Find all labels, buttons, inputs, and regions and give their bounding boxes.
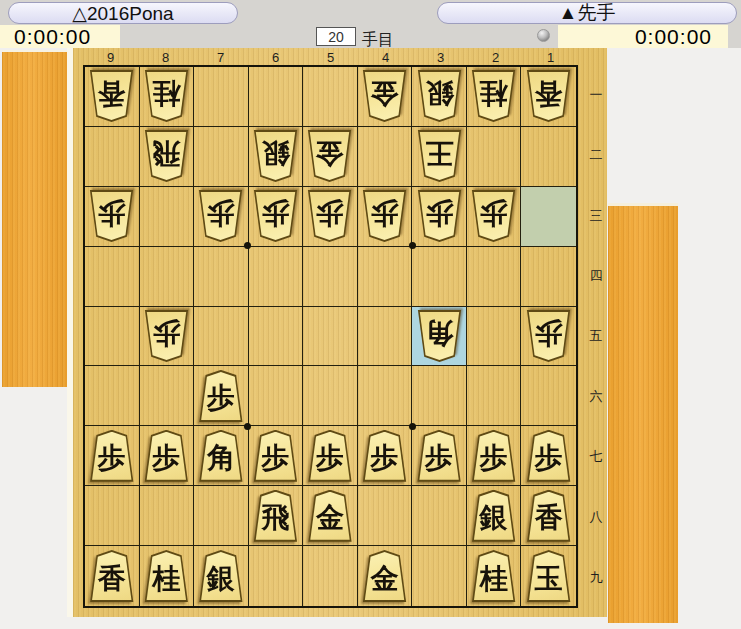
square-9-8[interactable] (85, 486, 140, 546)
square-4-9[interactable]: 金 (358, 546, 413, 606)
file-label-1: 1 (523, 50, 578, 64)
piece-gote-gold[interactable]: 金 (362, 70, 407, 122)
square-9-1[interactable]: 香 (85, 67, 140, 127)
square-8-9[interactable]: 桂 (140, 546, 195, 606)
file-label-4: 4 (358, 50, 413, 64)
square-9-5[interactable] (85, 307, 140, 367)
square-2-6[interactable] (467, 366, 522, 426)
piece-gote-silver[interactable]: 銀 (253, 130, 298, 182)
piece-sente-pawn[interactable]: 歩 (89, 430, 134, 482)
gote-player-label: △2016Pona (72, 2, 173, 25)
piece-kanji: 歩 (371, 444, 399, 472)
square-6-9[interactable] (249, 546, 304, 606)
piece-sente-bishop[interactable]: 角 (198, 430, 243, 482)
square-3-2[interactable]: 王 (412, 127, 467, 187)
board-grid: 香桂金銀桂香飛銀金王歩歩歩歩歩歩歩歩角歩歩歩歩角歩歩歩歩歩歩飛金銀香香桂銀金桂玉 (83, 65, 578, 608)
square-4-3[interactable]: 歩 (358, 187, 413, 247)
square-6-7[interactable]: 歩 (249, 426, 304, 486)
square-6-6[interactable] (249, 366, 304, 426)
square-1-7[interactable]: 歩 (521, 426, 576, 486)
square-1-5[interactable]: 歩 (521, 307, 576, 367)
file-labels: 987654321 (83, 50, 578, 64)
square-8-8[interactable] (140, 486, 195, 546)
square-4-5[interactable] (358, 307, 413, 367)
square-3-6[interactable] (412, 366, 467, 426)
square-1-1[interactable]: 香 (521, 67, 576, 127)
gote-player-nameplate[interactable]: △2016Pona (8, 2, 238, 24)
square-7-3[interactable]: 歩 (194, 187, 249, 247)
square-5-5[interactable] (303, 307, 358, 367)
piece-kanji: 歩 (371, 200, 399, 228)
piece-kanji: 歩 (98, 444, 126, 472)
piece-gote-rook[interactable]: 飛 (144, 130, 189, 182)
square-2-2[interactable] (467, 127, 522, 187)
square-4-8[interactable] (358, 486, 413, 546)
rank-label-7: 七 (587, 427, 605, 487)
square-8-2[interactable]: 飛 (140, 127, 195, 187)
piece-gote-lance[interactable]: 香 (89, 70, 134, 122)
move-number-box[interactable]: 20 (316, 27, 356, 46)
piece-gote-pawn[interactable]: 歩 (526, 310, 571, 362)
piece-kanji: 歩 (152, 444, 180, 472)
file-label-8: 8 (138, 50, 193, 64)
rank-label-3: 三 (587, 186, 605, 246)
square-4-7[interactable]: 歩 (358, 426, 413, 486)
square-8-3[interactable] (140, 187, 195, 247)
file-label-3: 3 (413, 50, 468, 64)
square-1-3[interactable] (521, 187, 576, 247)
piece-kanji: 桂 (480, 565, 508, 593)
turn-indicator-orb-icon (537, 29, 550, 42)
piece-kanji: 王 (425, 140, 453, 168)
piece-gote-pawn[interactable]: 歩 (89, 190, 134, 242)
file-label-6: 6 (248, 50, 303, 64)
piece-sente-lance[interactable]: 香 (89, 550, 134, 602)
square-5-4[interactable] (303, 247, 358, 307)
piece-sente-pawn[interactable]: 歩 (144, 430, 189, 482)
piece-sente-king[interactable]: 玉 (526, 550, 571, 602)
piece-gote-pawn[interactable]: 歩 (362, 190, 407, 242)
piece-sente-pawn[interactable]: 歩 (526, 430, 571, 482)
square-6-4[interactable] (249, 247, 304, 307)
square-2-4[interactable] (467, 247, 522, 307)
piece-sente-silver[interactable]: 銀 (471, 490, 516, 542)
rank-label-2: 二 (587, 125, 605, 185)
square-9-7[interactable]: 歩 (85, 426, 140, 486)
piece-sente-pawn[interactable]: 歩 (253, 430, 298, 482)
square-8-7[interactable]: 歩 (140, 426, 195, 486)
piece-kanji: 歩 (207, 384, 235, 412)
piece-kanji: 歩 (261, 444, 289, 472)
square-3-5[interactable]: 角 (412, 307, 467, 367)
sente-piece-stand[interactable] (608, 203, 678, 623)
square-9-2[interactable] (85, 127, 140, 187)
piece-kanji: 飛 (261, 504, 289, 532)
square-7-7[interactable]: 角 (194, 426, 249, 486)
piece-kanji: 金 (316, 140, 344, 168)
square-7-9[interactable]: 銀 (194, 546, 249, 606)
square-2-1[interactable]: 桂 (467, 67, 522, 127)
square-7-8[interactable] (194, 486, 249, 546)
rank-labels: 一二三四五六七八九 (587, 65, 605, 608)
piece-sente-knight[interactable]: 桂 (144, 550, 189, 602)
square-1-4[interactable] (521, 247, 576, 307)
piece-gote-silver[interactable]: 銀 (417, 70, 462, 122)
piece-sente-pawn[interactable]: 歩 (362, 430, 407, 482)
file-label-9: 9 (83, 50, 138, 64)
piece-gote-pawn[interactable]: 歩 (253, 190, 298, 242)
square-5-3[interactable]: 歩 (303, 187, 358, 247)
square-7-2[interactable] (194, 127, 249, 187)
piece-kanji: 桂 (152, 565, 180, 593)
square-8-4[interactable] (140, 247, 195, 307)
piece-kanji: 香 (98, 565, 126, 593)
piece-kanji: 歩 (480, 444, 508, 472)
square-2-5[interactable] (467, 307, 522, 367)
piece-kanji: 歩 (316, 444, 344, 472)
piece-sente-rook[interactable]: 飛 (253, 490, 298, 542)
piece-gote-pawn[interactable]: 歩 (471, 190, 516, 242)
piece-kanji: 歩 (425, 200, 453, 228)
square-4-2[interactable] (358, 127, 413, 187)
piece-gote-pawn[interactable]: 歩 (198, 190, 243, 242)
square-6-1[interactable] (249, 67, 304, 127)
piece-kanji: 玉 (535, 565, 563, 593)
square-4-4[interactable] (358, 247, 413, 307)
piece-sente-pawn[interactable]: 歩 (198, 370, 243, 422)
gote-piece-stand[interactable] (2, 50, 67, 387)
square-4-6[interactable] (358, 366, 413, 426)
square-6-2[interactable]: 銀 (249, 127, 304, 187)
square-7-5[interactable] (194, 307, 249, 367)
piece-gote-gold[interactable]: 金 (307, 130, 352, 182)
piece-kanji: 歩 (316, 200, 344, 228)
sente-player-nameplate[interactable]: ▲先手 (437, 2, 737, 24)
move-number-value: 20 (328, 29, 344, 45)
piece-kanji: 歩 (480, 200, 508, 228)
piece-sente-silver[interactable]: 銀 (198, 550, 243, 602)
square-7-4[interactable] (194, 247, 249, 307)
square-8-1[interactable]: 桂 (140, 67, 195, 127)
square-3-1[interactable]: 銀 (412, 67, 467, 127)
piece-sente-gold[interactable]: 金 (307, 490, 352, 542)
piece-kanji: 金 (371, 565, 399, 593)
square-6-5[interactable] (249, 307, 304, 367)
gote-clock: 0:00:00 (14, 25, 91, 49)
square-4-1[interactable]: 金 (358, 67, 413, 127)
piece-kanji: 歩 (98, 200, 126, 228)
hoshi-dot (409, 423, 416, 430)
piece-kanji: 角 (425, 319, 453, 347)
piece-kanji: 銀 (261, 140, 289, 168)
square-2-8[interactable]: 銀 (467, 486, 522, 546)
piece-kanji: 銀 (425, 80, 453, 108)
square-9-9[interactable]: 香 (85, 546, 140, 606)
shogi-app-window: △2016Pona ▲先手 0:00:00 0:00:00 20 手目 9876… (0, 0, 741, 629)
square-9-6[interactable] (85, 366, 140, 426)
piece-kanji: 歩 (535, 444, 563, 472)
square-6-8[interactable]: 飛 (249, 486, 304, 546)
piece-sente-lance[interactable]: 香 (526, 490, 571, 542)
rank-label-1: 一 (587, 65, 605, 125)
square-1-8[interactable]: 香 (521, 486, 576, 546)
sente-player-label: ▲先手 (559, 0, 616, 26)
square-3-8[interactable] (412, 486, 467, 546)
square-5-1[interactable] (303, 67, 358, 127)
square-8-5[interactable]: 歩 (140, 307, 195, 367)
square-3-4[interactable] (412, 247, 467, 307)
square-9-4[interactable] (85, 247, 140, 307)
square-1-9[interactable]: 玉 (521, 546, 576, 606)
piece-kanji: 歩 (261, 200, 289, 228)
square-9-3[interactable]: 歩 (85, 187, 140, 247)
square-3-7[interactable]: 歩 (412, 426, 467, 486)
square-5-9[interactable] (303, 546, 358, 606)
rank-label-5: 五 (587, 306, 605, 366)
piece-sente-knight[interactable]: 桂 (471, 550, 516, 602)
square-8-6[interactable] (140, 366, 195, 426)
piece-kanji: 歩 (425, 444, 453, 472)
piece-gote-pawn[interactable]: 歩 (417, 190, 462, 242)
piece-kanji: 銀 (480, 504, 508, 532)
piece-sente-pawn[interactable]: 歩 (417, 430, 462, 482)
square-2-3[interactable]: 歩 (467, 187, 522, 247)
square-5-8[interactable]: 金 (303, 486, 358, 546)
square-2-7[interactable]: 歩 (467, 426, 522, 486)
piece-kanji: 金 (316, 504, 344, 532)
square-2-9[interactable]: 桂 (467, 546, 522, 606)
piece-gote-bishop[interactable]: 角 (417, 310, 462, 362)
gote-clock-strip: 0:00:00 (0, 25, 120, 48)
rank-label-6: 六 (587, 367, 605, 427)
piece-kanji: 香 (535, 504, 563, 532)
rank-label-9: 九 (587, 548, 605, 608)
top-bar: △2016Pona ▲先手 0:00:00 0:00:00 20 手目 (0, 0, 741, 48)
piece-sente-pawn[interactable]: 歩 (471, 430, 516, 482)
hoshi-dot (409, 242, 416, 249)
square-3-3[interactable]: 歩 (412, 187, 467, 247)
piece-gote-lance[interactable]: 香 (526, 70, 571, 122)
rank-label-8: 八 (587, 487, 605, 547)
square-1-6[interactable] (521, 366, 576, 426)
piece-kanji: 歩 (152, 319, 180, 347)
piece-sente-gold[interactable]: 金 (362, 550, 407, 602)
hoshi-dot (244, 242, 251, 249)
square-5-6[interactable] (303, 366, 358, 426)
square-1-2[interactable] (521, 127, 576, 187)
piece-kanji: 角 (207, 444, 235, 472)
piece-kanji: 香 (535, 80, 563, 108)
square-3-9[interactable] (412, 546, 467, 606)
sente-clock: 0:00:00 (635, 25, 712, 49)
piece-kanji: 香 (98, 80, 126, 108)
piece-kanji: 歩 (207, 200, 235, 228)
square-5-2[interactable]: 金 (303, 127, 358, 187)
square-7-1[interactable] (194, 67, 249, 127)
piece-gote-knight[interactable]: 桂 (471, 70, 516, 122)
file-label-5: 5 (303, 50, 358, 64)
piece-kanji: 歩 (535, 319, 563, 347)
piece-gote-knight[interactable]: 桂 (144, 70, 189, 122)
sente-clock-strip: 0:00:00 (558, 25, 728, 48)
square-5-7[interactable]: 歩 (303, 426, 358, 486)
piece-kanji: 銀 (207, 565, 235, 593)
file-label-7: 7 (193, 50, 248, 64)
piece-gote-pawn[interactable]: 歩 (144, 310, 189, 362)
piece-kanji: 飛 (152, 140, 180, 168)
piece-kanji: 桂 (480, 80, 508, 108)
hoshi-dot (244, 423, 251, 430)
piece-kanji: 金 (371, 80, 399, 108)
square-6-3[interactable]: 歩 (249, 187, 304, 247)
piece-gote-pawn[interactable]: 歩 (307, 190, 352, 242)
piece-kanji: 桂 (152, 80, 180, 108)
file-label-2: 2 (468, 50, 523, 64)
square-7-6[interactable]: 歩 (194, 366, 249, 426)
rank-label-4: 四 (587, 246, 605, 306)
piece-sente-pawn[interactable]: 歩 (307, 430, 352, 482)
piece-gote-king[interactable]: 王 (417, 130, 462, 182)
